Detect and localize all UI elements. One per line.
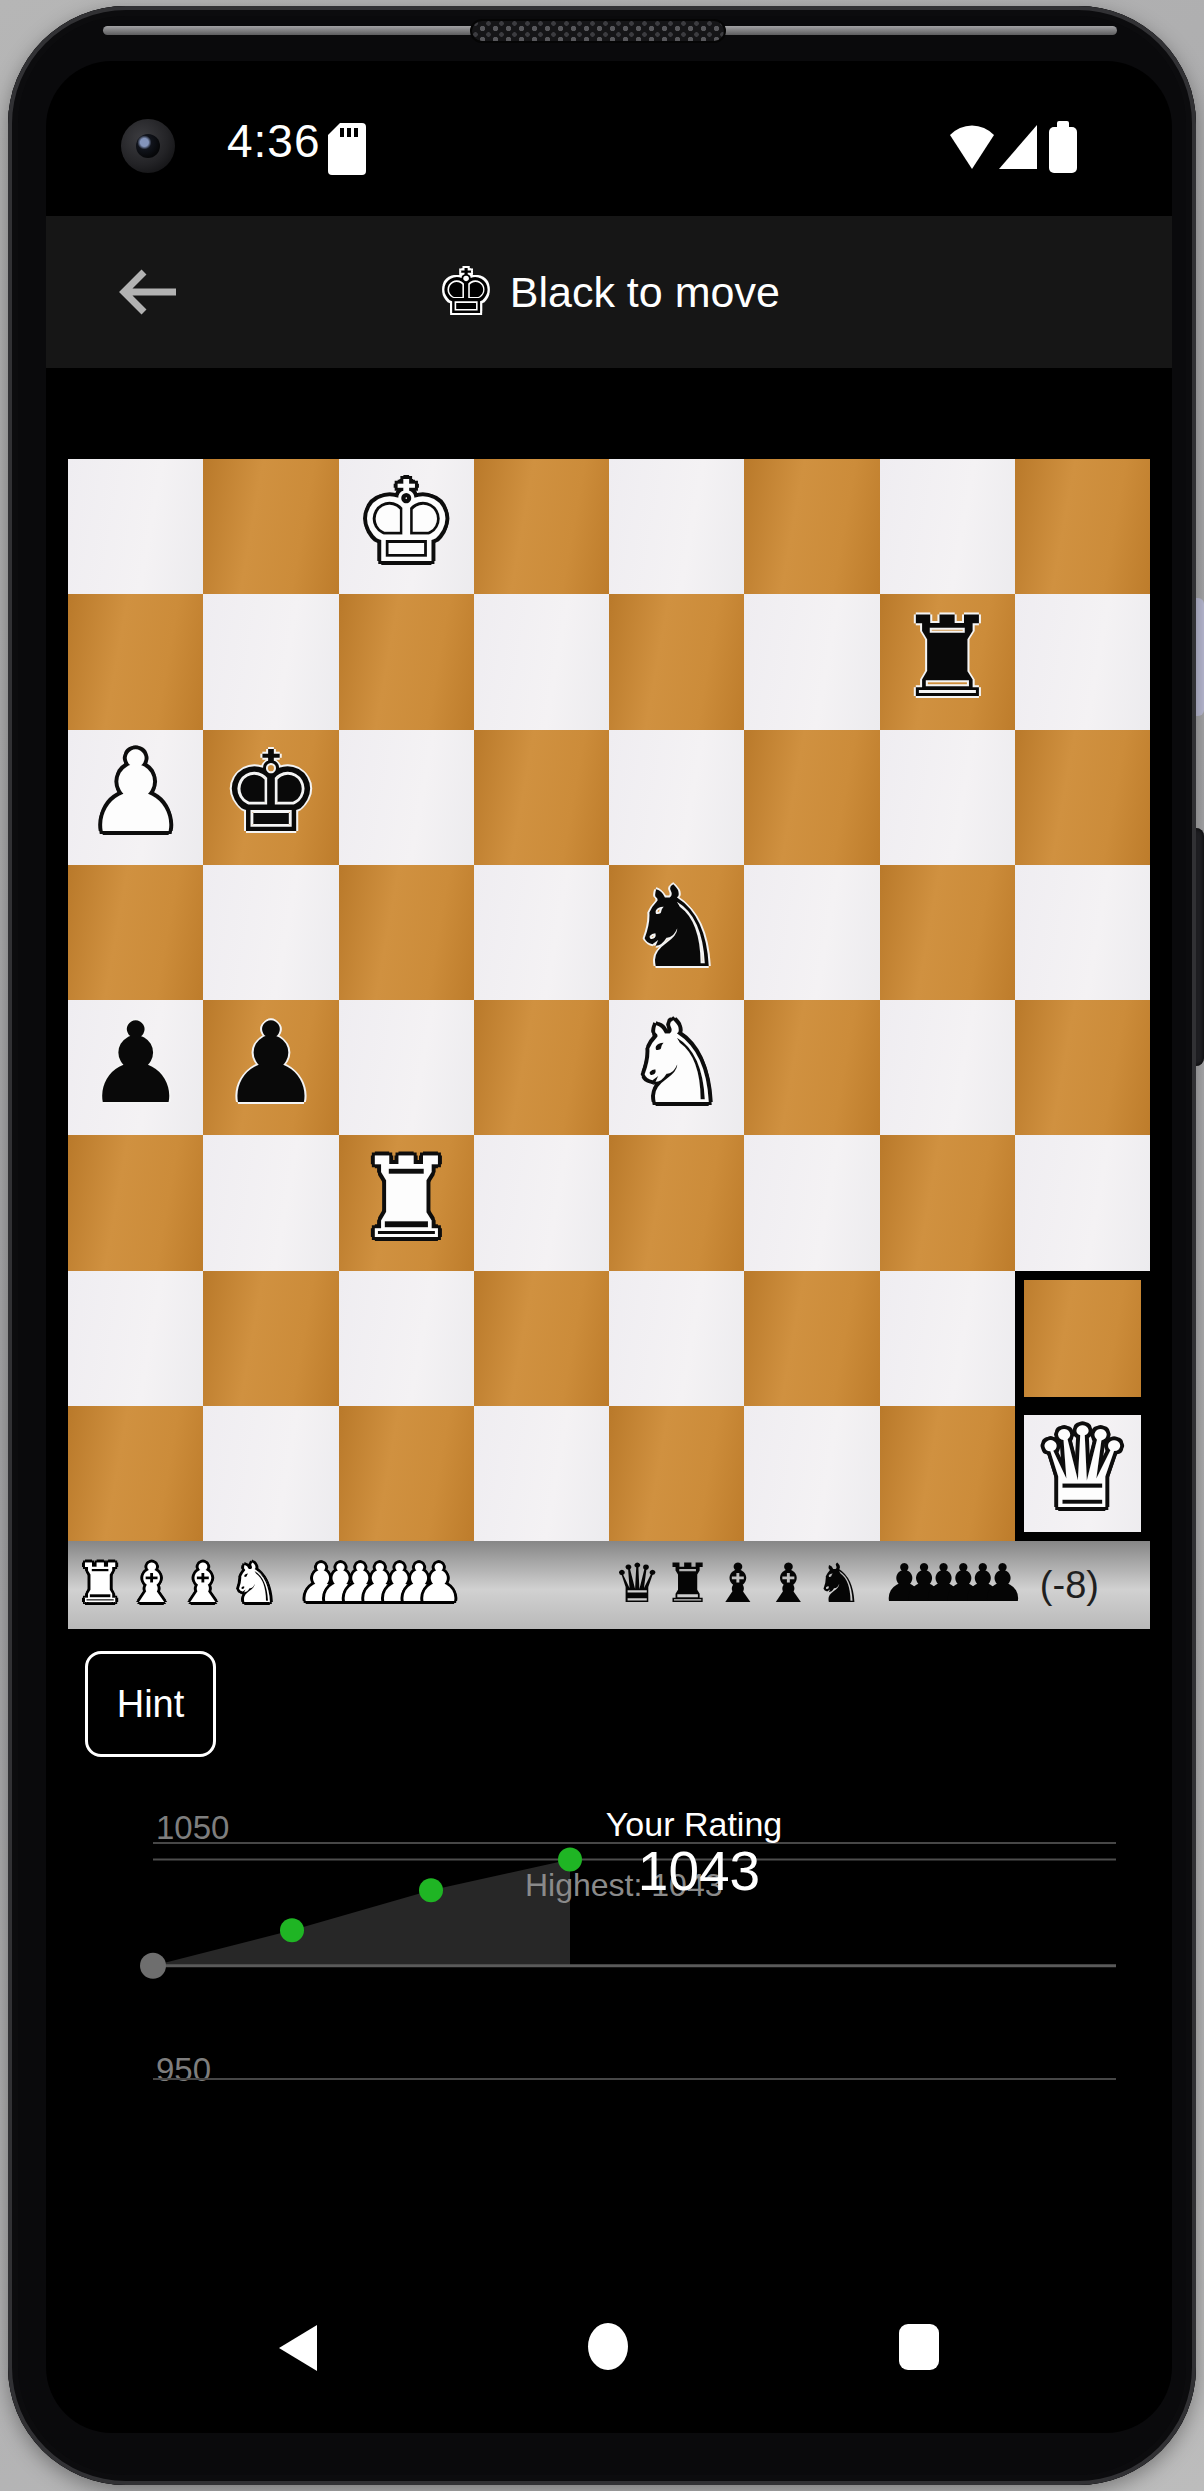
page-title: Black to move xyxy=(510,268,780,317)
battery-icon xyxy=(1046,119,1080,179)
black-king: ♚ xyxy=(221,737,321,849)
square[interactable]: ♞ xyxy=(609,865,744,1000)
hint-button-label: Hint xyxy=(117,1683,185,1726)
square[interactable] xyxy=(1015,1000,1150,1135)
square[interactable] xyxy=(68,865,203,1000)
captured-pieces-tray: ♜♝♝♞♟♟♟♟♟♟♟ ♛♜♝♝♞♟♟♟♟♟♟(-8) xyxy=(68,1541,1150,1629)
square[interactable] xyxy=(203,1135,338,1270)
black-bishop-captured: ♝ xyxy=(764,1556,812,1610)
square[interactable]: ♟ xyxy=(68,730,203,865)
square[interactable] xyxy=(1015,594,1150,729)
white-knight-captured: ♞ xyxy=(230,1556,278,1610)
black-knight: ♞ xyxy=(626,872,726,984)
square[interactable] xyxy=(744,1271,879,1406)
square[interactable] xyxy=(474,865,609,1000)
white-king: ♚ xyxy=(356,467,456,579)
square[interactable] xyxy=(609,1135,744,1270)
square[interactable] xyxy=(339,865,474,1000)
black-pawn: ♟ xyxy=(85,1008,185,1120)
square[interactable] xyxy=(203,1406,338,1541)
white-pawn: ♟ xyxy=(85,737,185,849)
square[interactable] xyxy=(744,1135,879,1270)
square[interactable] xyxy=(744,865,879,1000)
square[interactable] xyxy=(609,730,744,865)
nav-back-icon[interactable] xyxy=(279,2325,317,2371)
square[interactable]: ♜ xyxy=(880,594,1015,729)
square[interactable] xyxy=(203,865,338,1000)
square[interactable] xyxy=(880,1406,1015,1541)
square[interactable] xyxy=(744,730,879,865)
square[interactable]: ♛ xyxy=(1015,1406,1150,1541)
square[interactable] xyxy=(474,1135,609,1270)
current-rating-value: 1043 xyxy=(638,1839,760,1903)
earpiece-speaker xyxy=(470,19,726,43)
white-bishop-captured: ♝ xyxy=(179,1556,227,1610)
wifi-icon xyxy=(949,123,995,175)
hint-button[interactable]: Hint xyxy=(85,1651,216,1757)
black-pawn: ♟ xyxy=(221,1008,321,1120)
square[interactable] xyxy=(609,1271,744,1406)
square[interactable]: ♚ xyxy=(203,730,338,865)
black-queen-captured: ♛ xyxy=(613,1556,661,1610)
square[interactable] xyxy=(474,1406,609,1541)
square[interactable] xyxy=(609,594,744,729)
square[interactable] xyxy=(609,1406,744,1541)
square[interactable] xyxy=(880,459,1015,594)
white-pawn-captured: ♟ xyxy=(415,1557,462,1609)
square[interactable] xyxy=(203,459,338,594)
square[interactable]: ♟ xyxy=(68,1000,203,1135)
square[interactable] xyxy=(744,1000,879,1135)
square[interactable] xyxy=(880,1271,1015,1406)
screenshot-canvas: 4:36 ♚ Black to move ♚♜♟♚♞♟ xyxy=(0,0,1204,2491)
back-arrow-icon[interactable] xyxy=(116,266,182,318)
square[interactable] xyxy=(339,730,474,865)
white-queen: ♛ xyxy=(1032,1413,1132,1525)
black-pawn-captured: ♟ xyxy=(979,1557,1026,1609)
phone-body: 4:36 ♚ Black to move ♚♜♟♚♞♟ xyxy=(8,6,1196,2485)
square[interactable] xyxy=(1015,730,1150,865)
white-rook: ♜ xyxy=(356,1143,456,1255)
square[interactable] xyxy=(474,594,609,729)
square[interactable] xyxy=(880,1135,1015,1270)
black-rook-captured: ♜ xyxy=(663,1556,711,1610)
square[interactable] xyxy=(68,1135,203,1270)
square[interactable] xyxy=(474,1271,609,1406)
nav-home-icon[interactable] xyxy=(588,2323,628,2370)
captured-black-pieces: ♛♜♝♝♞♟♟♟♟♟♟(-8) xyxy=(613,1541,1099,1629)
chess-board: ♚♜♟♚♞♟♟♞♜♛ xyxy=(68,459,1150,1541)
screen: 4:36 ♚ Black to move ♚♜♟♚♞♟ xyxy=(46,61,1172,2433)
square[interactable] xyxy=(880,1000,1015,1135)
square[interactable] xyxy=(474,1000,609,1135)
square[interactable] xyxy=(68,594,203,729)
square[interactable]: ♜ xyxy=(339,1135,474,1270)
square[interactable] xyxy=(744,1406,879,1541)
white-rook-captured: ♜ xyxy=(76,1556,124,1610)
sd-card-icon xyxy=(328,123,366,179)
white-bishop-captured: ♝ xyxy=(127,1556,175,1610)
square[interactable] xyxy=(474,459,609,594)
square[interactable]: ♟ xyxy=(203,1000,338,1135)
square[interactable] xyxy=(68,1406,203,1541)
front-camera xyxy=(121,119,175,173)
square[interactable] xyxy=(474,730,609,865)
black-king-icon: ♚ xyxy=(438,261,494,323)
captured-white-pieces: ♜♝♝♞♟♟♟♟♟♟♟ xyxy=(76,1541,462,1629)
square[interactable] xyxy=(609,459,744,594)
cellular-signal-icon xyxy=(997,123,1039,175)
square[interactable] xyxy=(203,1271,338,1406)
status-time: 4:36 xyxy=(227,114,321,168)
black-rook: ♜ xyxy=(897,602,997,714)
nav-recents-icon[interactable] xyxy=(899,2324,939,2370)
square[interactable] xyxy=(1015,1271,1150,1406)
square[interactable] xyxy=(339,1000,474,1135)
square[interactable] xyxy=(880,730,1015,865)
rating-chart xyxy=(46,1801,1172,2101)
square[interactable] xyxy=(339,1271,474,1406)
square[interactable] xyxy=(203,594,338,729)
square[interactable] xyxy=(880,865,1015,1000)
square[interactable] xyxy=(744,594,879,729)
square[interactable] xyxy=(339,1406,474,1541)
app-header: ♚ Black to move xyxy=(46,216,1172,368)
material-score: (-8) xyxy=(1040,1564,1099,1607)
square[interactable] xyxy=(1015,865,1150,1000)
square[interactable] xyxy=(1015,459,1150,594)
white-knight: ♞ xyxy=(626,1008,726,1120)
black-knight-captured: ♞ xyxy=(815,1556,863,1610)
square[interactable] xyxy=(1015,1135,1150,1270)
square[interactable]: ♞ xyxy=(609,1000,744,1135)
black-bishop-captured: ♝ xyxy=(714,1556,762,1610)
square[interactable] xyxy=(68,1271,203,1406)
square[interactable]: ♚ xyxy=(339,459,474,594)
square[interactable] xyxy=(744,459,879,594)
square[interactable] xyxy=(339,594,474,729)
square[interactable] xyxy=(68,459,203,594)
